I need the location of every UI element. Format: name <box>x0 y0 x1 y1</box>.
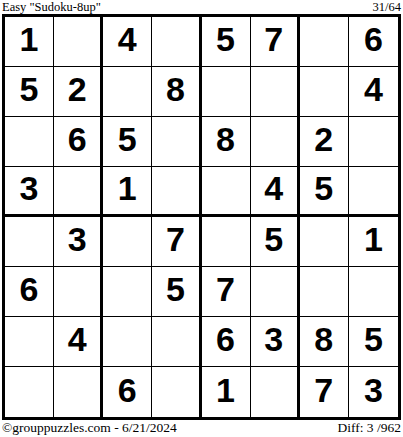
cell-r2c7-empty[interactable] <box>300 67 349 117</box>
cell-r2c3-empty[interactable] <box>103 67 152 117</box>
sudoku-page: Easy "Sudoku-8up" 31/64 1457652846582314… <box>0 0 403 437</box>
cell-r5c8-given: 1 <box>349 217 398 267</box>
cell-r4c5-empty[interactable] <box>202 167 251 217</box>
cell-r7c1-empty[interactable] <box>5 317 54 367</box>
cell-r3c6-empty[interactable] <box>251 117 300 167</box>
cell-r7c6-given: 3 <box>251 317 300 367</box>
cell-r3c7-given: 2 <box>300 117 349 167</box>
cell-r6c6-empty[interactable] <box>251 267 300 317</box>
cell-r1c3-given: 4 <box>103 17 152 67</box>
cell-r6c4-given: 5 <box>152 267 201 317</box>
cell-r1c4-empty[interactable] <box>152 17 201 67</box>
cell-r8c7-given: 7 <box>300 367 349 417</box>
cell-r8c3-given: 6 <box>103 367 152 417</box>
cell-r6c5-given: 7 <box>202 267 251 317</box>
cell-r6c7-empty[interactable] <box>300 267 349 317</box>
copyright-text: ©grouppuzzles.com - 6/21/2024 <box>2 420 177 435</box>
cell-r2c5-empty[interactable] <box>202 67 251 117</box>
cell-r1c7-empty[interactable] <box>300 17 349 67</box>
cell-r2c2-given: 2 <box>54 67 103 117</box>
cell-r8c8-given: 3 <box>349 367 398 417</box>
cell-r4c1-given: 3 <box>5 167 54 217</box>
cell-r5c7-empty[interactable] <box>300 217 349 267</box>
cell-r7c3-empty[interactable] <box>103 317 152 367</box>
cell-r3c8-empty[interactable] <box>349 117 398 167</box>
cell-r6c1-given: 6 <box>5 267 54 317</box>
difficulty-text: Diff: 3 /962 <box>338 420 402 435</box>
cell-r1c5-given: 5 <box>202 17 251 67</box>
cell-r1c2-empty[interactable] <box>54 17 103 67</box>
cell-r8c4-empty[interactable] <box>152 367 201 417</box>
cell-r3c4-empty[interactable] <box>152 117 201 167</box>
cell-r1c1-given: 1 <box>5 17 54 67</box>
cell-r5c1-empty[interactable] <box>5 217 54 267</box>
cell-r3c5-given: 8 <box>202 117 251 167</box>
cell-r3c2-given: 6 <box>54 117 103 167</box>
cell-r5c2-given: 3 <box>54 217 103 267</box>
cell-r2c6-empty[interactable] <box>251 67 300 117</box>
cell-r6c2-empty[interactable] <box>54 267 103 317</box>
cell-r7c2-given: 4 <box>54 317 103 367</box>
cell-r8c2-empty[interactable] <box>54 367 103 417</box>
cell-r8c1-empty[interactable] <box>5 367 54 417</box>
cell-r4c6-given: 4 <box>251 167 300 217</box>
sudoku-grid: 145765284658231453751657463856173 <box>2 14 401 420</box>
cell-r2c4-given: 8 <box>152 67 201 117</box>
header: Easy "Sudoku-8up" 31/64 <box>0 0 403 14</box>
cell-r4c2-empty[interactable] <box>54 167 103 217</box>
cell-r4c8-empty[interactable] <box>349 167 398 217</box>
footer: ©grouppuzzles.com - 6/21/2024 Diff: 3 /9… <box>0 420 403 437</box>
cell-r6c3-empty[interactable] <box>103 267 152 317</box>
puzzle-title: Easy "Sudoku-8up" <box>2 1 101 14</box>
cell-r4c3-given: 1 <box>103 167 152 217</box>
cell-r8c5-given: 1 <box>202 367 251 417</box>
cell-r5c6-given: 5 <box>251 217 300 267</box>
cell-r4c4-empty[interactable] <box>152 167 201 217</box>
cell-r3c3-given: 5 <box>103 117 152 167</box>
cell-r5c5-empty[interactable] <box>202 217 251 267</box>
cell-r7c7-given: 8 <box>300 317 349 367</box>
cell-r2c8-given: 4 <box>349 67 398 117</box>
cell-r6c8-empty[interactable] <box>349 267 398 317</box>
cell-r3c1-empty[interactable] <box>5 117 54 167</box>
cell-r5c4-given: 7 <box>152 217 201 267</box>
cell-r4c7-given: 5 <box>300 167 349 217</box>
cell-r2c1-given: 5 <box>5 67 54 117</box>
cell-r5c3-empty[interactable] <box>103 217 152 267</box>
cell-r7c4-empty[interactable] <box>152 317 201 367</box>
page-number: 31/64 <box>373 1 401 14</box>
cell-r7c5-given: 6 <box>202 317 251 367</box>
cell-r7c8-given: 5 <box>349 317 398 367</box>
cell-r1c8-given: 6 <box>349 17 398 67</box>
cell-r8c6-empty[interactable] <box>251 367 300 417</box>
cell-r1c6-given: 7 <box>251 17 300 67</box>
